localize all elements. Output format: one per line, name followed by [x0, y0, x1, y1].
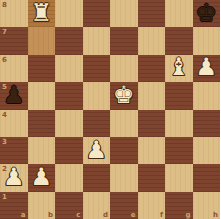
square-f2[interactable] — [138, 164, 166, 191]
square-a2[interactable]: 2♟ — [0, 164, 28, 191]
white-pawn-piece[interactable]: ♟ — [30, 165, 52, 189]
file-label-d: d — [103, 211, 108, 219]
square-f4[interactable] — [138, 110, 166, 137]
rank-label-1: 1 — [2, 193, 7, 201]
rank-label-4: 4 — [2, 111, 7, 119]
square-c6[interactable] — [55, 55, 83, 82]
square-a3[interactable]: 3 — [0, 137, 28, 164]
square-d5[interactable] — [83, 82, 111, 109]
white-pawn-piece[interactable]: ♟ — [3, 165, 25, 189]
square-g4[interactable] — [165, 110, 193, 137]
chess-board: 8♜♚76♝♟5♟♚43♟2♟♟1abcdefgh — [0, 0, 220, 219]
white-pawn-piece[interactable]: ♟ — [85, 138, 107, 162]
square-h2[interactable] — [193, 164, 221, 191]
square-f6[interactable] — [138, 55, 166, 82]
file-label-f: f — [160, 211, 163, 219]
file-label-c: c — [76, 211, 80, 219]
square-c8[interactable] — [55, 0, 83, 27]
square-c2[interactable] — [55, 164, 83, 191]
square-a5[interactable]: 5♟ — [0, 82, 28, 109]
square-b1[interactable]: b — [28, 192, 56, 219]
square-c7[interactable] — [55, 27, 83, 54]
file-label-h: h — [213, 211, 218, 219]
square-a6[interactable]: 6 — [0, 55, 28, 82]
square-b2[interactable]: ♟ — [28, 164, 56, 191]
square-h3[interactable] — [193, 137, 221, 164]
white-king-piece[interactable]: ♚ — [113, 83, 135, 107]
square-g8[interactable] — [165, 0, 193, 27]
square-e1[interactable]: e — [110, 192, 138, 219]
square-d7[interactable] — [83, 27, 111, 54]
square-a4[interactable]: 4 — [0, 110, 28, 137]
square-b4[interactable] — [28, 110, 56, 137]
square-g1[interactable]: g — [165, 192, 193, 219]
square-g5[interactable] — [165, 82, 193, 109]
square-g3[interactable] — [165, 137, 193, 164]
file-label-g: g — [185, 211, 190, 219]
file-label-a: a — [21, 211, 26, 219]
square-e4[interactable] — [110, 110, 138, 137]
square-h6[interactable]: ♟ — [193, 55, 221, 82]
square-b3[interactable] — [28, 137, 56, 164]
square-e5[interactable]: ♚ — [110, 82, 138, 109]
square-b6[interactable] — [28, 55, 56, 82]
white-bishop-piece[interactable]: ♝ — [168, 55, 190, 79]
square-c4[interactable] — [55, 110, 83, 137]
square-h7[interactable] — [193, 27, 221, 54]
square-d4[interactable] — [83, 110, 111, 137]
square-d6[interactable] — [83, 55, 111, 82]
square-c3[interactable] — [55, 137, 83, 164]
square-c5[interactable] — [55, 82, 83, 109]
rank-label-8: 8 — [2, 1, 7, 9]
file-label-b: b — [48, 211, 53, 219]
square-g2[interactable] — [165, 164, 193, 191]
square-d1[interactable]: d — [83, 192, 111, 219]
square-f5[interactable] — [138, 82, 166, 109]
white-rook-piece[interactable]: ♜ — [30, 1, 52, 25]
square-h4[interactable] — [193, 110, 221, 137]
square-e6[interactable] — [110, 55, 138, 82]
square-h8[interactable]: ♚ — [193, 0, 221, 27]
square-h5[interactable] — [193, 82, 221, 109]
square-b8[interactable]: ♜ — [28, 0, 56, 27]
black-king-piece[interactable]: ♚ — [195, 1, 217, 25]
white-pawn-piece[interactable]: ♟ — [195, 55, 217, 79]
square-a7[interactable]: 7 — [0, 27, 28, 54]
rank-label-7: 7 — [2, 28, 7, 36]
rank-label-3: 3 — [2, 138, 7, 146]
square-a8[interactable]: 8 — [0, 0, 28, 27]
square-g6[interactable]: ♝ — [165, 55, 193, 82]
square-f7[interactable] — [138, 27, 166, 54]
square-e7[interactable] — [110, 27, 138, 54]
file-label-e: e — [131, 211, 136, 219]
square-a1[interactable]: 1a — [0, 192, 28, 219]
rank-label-6: 6 — [2, 56, 7, 64]
square-f8[interactable] — [138, 0, 166, 27]
square-e8[interactable] — [110, 0, 138, 27]
square-c1[interactable]: c — [55, 192, 83, 219]
square-b5[interactable] — [28, 82, 56, 109]
square-d8[interactable] — [83, 0, 111, 27]
square-h1[interactable]: h — [193, 192, 221, 219]
square-f1[interactable]: f — [138, 192, 166, 219]
square-e3[interactable] — [110, 137, 138, 164]
square-b7[interactable] — [28, 27, 56, 54]
black-pawn-piece[interactable]: ♟ — [3, 83, 25, 107]
square-d2[interactable] — [83, 164, 111, 191]
square-d3[interactable]: ♟ — [83, 137, 111, 164]
square-e2[interactable] — [110, 164, 138, 191]
square-f3[interactable] — [138, 137, 166, 164]
square-g7[interactable] — [165, 27, 193, 54]
